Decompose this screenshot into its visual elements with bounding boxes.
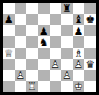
piece-black-bishop: ♝ [73, 14, 85, 25]
piece-white-bishop: ♗ [73, 48, 85, 59]
piece-black-pawn: ♟ [73, 25, 85, 36]
square-b2[interactable]: ♟♙ [15, 70, 27, 81]
square-c3[interactable] [26, 59, 38, 70]
square-g8[interactable] [73, 3, 85, 14]
square-a6[interactable] [3, 25, 15, 36]
square-f1[interactable] [61, 81, 73, 92]
square-d6[interactable]: ♟ [38, 25, 50, 36]
chess-board: ♜♟♝♚♟♟♞♛♕♝♗♟♙♟♙♛♟♙♟♙♜♖♚♔ [3, 3, 96, 92]
square-e4[interactable] [50, 48, 62, 59]
square-g7[interactable]: ♝ [73, 14, 85, 25]
piece-white-queen-fill: ♛ [3, 48, 15, 59]
square-h8[interactable] [84, 3, 96, 14]
square-h5[interactable] [84, 36, 96, 47]
square-b1[interactable] [15, 81, 27, 92]
square-h4[interactable] [84, 48, 96, 59]
piece-white-pawn-fill: ♟ [50, 59, 62, 70]
square-e2[interactable] [50, 70, 62, 81]
square-f5[interactable] [61, 36, 73, 47]
piece-white-rook: ♖ [26, 81, 38, 92]
piece-black-rook: ♜ [61, 3, 73, 14]
square-f4[interactable] [61, 48, 73, 59]
square-c1[interactable]: ♜♖ [26, 81, 38, 92]
piece-black-pawn: ♟ [3, 14, 15, 25]
square-c8[interactable] [26, 3, 38, 14]
square-g2[interactable] [73, 70, 85, 81]
square-h1[interactable] [84, 81, 96, 92]
piece-white-pawn-fill: ♟ [61, 70, 73, 81]
piece-black-pawn: ♟ [38, 25, 50, 36]
square-g4[interactable]: ♝♗ [73, 48, 85, 59]
square-f7[interactable] [61, 14, 73, 25]
board-frame: ♜♟♝♚♟♟♞♛♕♝♗♟♙♟♙♛♟♙♟♙♜♖♚♔ [0, 0, 99, 95]
square-a4[interactable]: ♛♕ [3, 48, 15, 59]
piece-white-pawn: ♙ [50, 59, 62, 70]
square-f2[interactable]: ♟♙ [61, 70, 73, 81]
square-f6[interactable] [61, 25, 73, 36]
square-c7[interactable] [26, 14, 38, 25]
square-a1[interactable] [3, 81, 15, 92]
square-e7[interactable] [50, 14, 62, 25]
square-h2[interactable] [84, 70, 96, 81]
square-b6[interactable] [15, 25, 27, 36]
piece-white-bishop-fill: ♝ [73, 48, 85, 59]
piece-white-queen: ♕ [3, 48, 15, 59]
square-b5[interactable] [15, 36, 27, 47]
square-c6[interactable] [26, 25, 38, 36]
square-e3[interactable]: ♟♙ [50, 59, 62, 70]
piece-white-king: ♔ [73, 81, 85, 92]
square-h3[interactable]: ♛ [84, 59, 96, 70]
square-h6[interactable] [84, 25, 96, 36]
square-g6[interactable]: ♟ [73, 25, 85, 36]
square-a3[interactable] [3, 59, 15, 70]
square-a2[interactable] [3, 70, 15, 81]
square-g5[interactable] [73, 36, 85, 47]
piece-white-rook-fill: ♜ [26, 81, 38, 92]
square-g3[interactable]: ♟♙ [73, 59, 85, 70]
square-a8[interactable] [3, 3, 15, 14]
piece-white-king-fill: ♚ [73, 81, 85, 92]
piece-black-knight: ♞ [38, 36, 50, 47]
piece-white-pawn: ♙ [73, 59, 85, 70]
square-b3[interactable] [15, 59, 27, 70]
piece-white-pawn: ♙ [61, 70, 73, 81]
square-e8[interactable] [50, 3, 62, 14]
piece-white-pawn: ♙ [15, 70, 27, 81]
square-e6[interactable] [50, 25, 62, 36]
square-f8[interactable]: ♜ [61, 3, 73, 14]
square-f3[interactable] [61, 59, 73, 70]
square-d8[interactable] [38, 3, 50, 14]
piece-white-pawn-fill: ♟ [73, 59, 85, 70]
square-g1[interactable]: ♚♔ [73, 81, 85, 92]
square-c2[interactable] [26, 70, 38, 81]
square-h7[interactable]: ♚ [84, 14, 96, 25]
square-a7[interactable]: ♟ [3, 14, 15, 25]
square-d4[interactable] [38, 48, 50, 59]
square-e5[interactable] [50, 36, 62, 47]
square-d3[interactable] [38, 59, 50, 70]
square-d5[interactable]: ♞ [38, 36, 50, 47]
square-b8[interactable] [15, 3, 27, 14]
square-e1[interactable] [50, 81, 62, 92]
square-d7[interactable] [38, 14, 50, 25]
square-c4[interactable] [26, 48, 38, 59]
square-d1[interactable] [38, 81, 50, 92]
piece-white-pawn-fill: ♟ [15, 70, 27, 81]
piece-black-queen: ♛ [84, 59, 96, 70]
square-c5[interactable] [26, 36, 38, 47]
square-b4[interactable] [15, 48, 27, 59]
square-b7[interactable] [15, 14, 27, 25]
piece-black-king: ♚ [84, 14, 96, 25]
square-a5[interactable] [3, 36, 15, 47]
square-d2[interactable] [38, 70, 50, 81]
